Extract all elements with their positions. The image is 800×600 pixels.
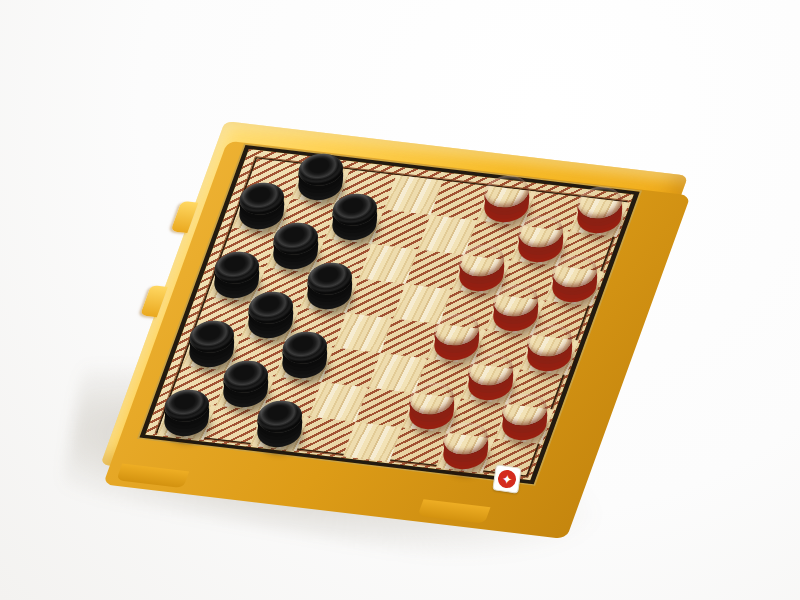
estrela-logo: ✦ (492, 464, 521, 493)
square-1-8[interactable] (570, 197, 629, 237)
tray-clip-top (171, 201, 199, 233)
tray-foot-left (116, 464, 189, 488)
tray-foot-right (418, 499, 491, 523)
red-checker[interactable] (480, 173, 534, 210)
checkers-board (156, 157, 628, 477)
board-frame (139, 145, 639, 484)
star-icon: ✦ (497, 469, 517, 489)
product-photo-scene: ✦ (0, 0, 800, 600)
black-checker[interactable] (294, 151, 348, 188)
square-7-8[interactable] (495, 404, 554, 444)
red-checker[interactable] (573, 184, 627, 221)
square-3-8[interactable] (545, 266, 604, 306)
tray-clip-bottom (140, 285, 168, 317)
square-5-8[interactable] (520, 335, 579, 375)
